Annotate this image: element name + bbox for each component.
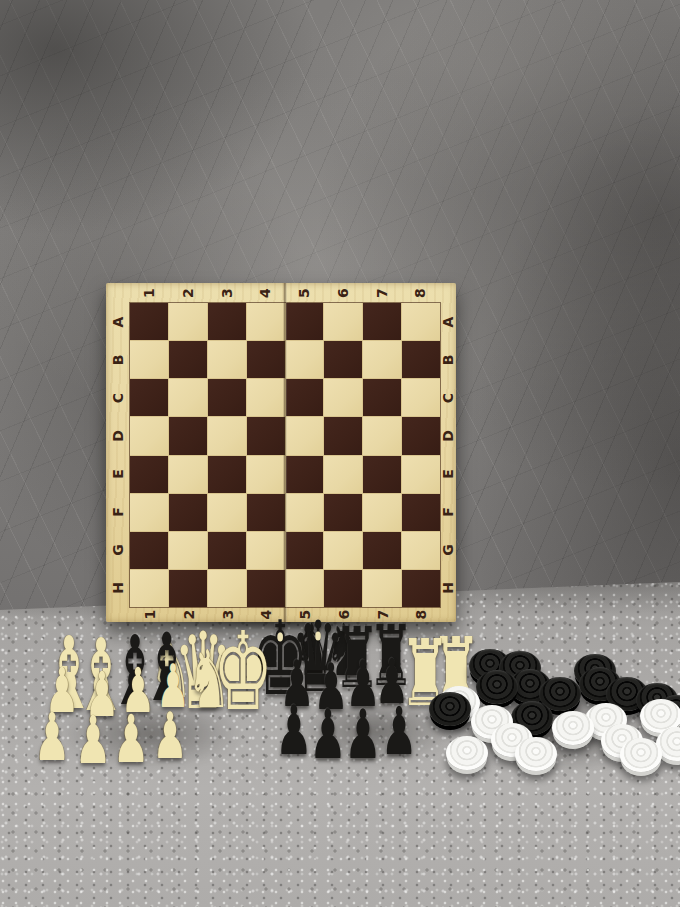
board-square-B5[interactable] bbox=[286, 341, 324, 378]
black-checker[interactable] bbox=[476, 670, 518, 704]
ivory-finial bbox=[315, 632, 321, 641]
board-square-D7[interactable] bbox=[363, 417, 401, 454]
board-square-B6[interactable] bbox=[324, 341, 362, 378]
board-square-A5[interactable] bbox=[286, 303, 324, 340]
board-square-D1[interactable] bbox=[130, 417, 168, 454]
board-square-A1[interactable] bbox=[130, 303, 168, 340]
board-square-A4[interactable] bbox=[247, 303, 285, 340]
board-square-H1[interactable] bbox=[130, 570, 168, 607]
board-fold-seam bbox=[283, 283, 287, 622]
white-pawn[interactable]: ♟ bbox=[34, 705, 71, 771]
board-square-E4[interactable] bbox=[247, 456, 285, 493]
black-pawn[interactable]: ♟ bbox=[275, 697, 313, 765]
board-square-D2[interactable] bbox=[169, 417, 207, 454]
chess-board[interactable]: 12345678 12345678 ABCDEFGH ABCDEFGH bbox=[106, 283, 456, 622]
board-square-E5[interactable] bbox=[286, 456, 324, 493]
white-checker[interactable] bbox=[446, 736, 488, 770]
board-square-F8[interactable] bbox=[402, 494, 440, 531]
board-square-F7[interactable] bbox=[363, 494, 401, 531]
board-square-C3[interactable] bbox=[208, 379, 246, 416]
board-square-C1[interactable] bbox=[130, 379, 168, 416]
board-square-E7[interactable] bbox=[363, 456, 401, 493]
board-square-A8[interactable] bbox=[402, 303, 440, 340]
white-checker[interactable] bbox=[620, 738, 662, 772]
white-checker[interactable] bbox=[552, 711, 594, 745]
board-square-F2[interactable] bbox=[169, 494, 207, 531]
board-square-D6[interactable] bbox=[324, 417, 362, 454]
board-square-G5[interactable] bbox=[286, 532, 324, 569]
white-pawn[interactable]: ♟ bbox=[113, 707, 150, 773]
board-square-C5[interactable] bbox=[286, 379, 324, 416]
board-square-E8[interactable] bbox=[402, 456, 440, 493]
white-pawn[interactable]: ♟ bbox=[75, 708, 112, 774]
black-pawn[interactable]: ♟ bbox=[344, 701, 382, 769]
board-square-F3[interactable] bbox=[208, 494, 246, 531]
board-square-D4[interactable] bbox=[247, 417, 285, 454]
board-square-H2[interactable] bbox=[169, 570, 207, 607]
board-square-A3[interactable] bbox=[208, 303, 246, 340]
board-square-G4[interactable] bbox=[247, 532, 285, 569]
board-square-D3[interactable] bbox=[208, 417, 246, 454]
board-square-G6[interactable] bbox=[324, 532, 362, 569]
board-square-G2[interactable] bbox=[169, 532, 207, 569]
board-square-G7[interactable] bbox=[363, 532, 401, 569]
board-square-C2[interactable] bbox=[169, 379, 207, 416]
ranks-right: ABCDEFGH bbox=[440, 303, 456, 607]
board-square-D5[interactable] bbox=[286, 417, 324, 454]
white-checker[interactable] bbox=[515, 737, 557, 771]
board-square-A6[interactable] bbox=[324, 303, 362, 340]
board-square-F1[interactable] bbox=[130, 494, 168, 531]
board-square-G1[interactable] bbox=[130, 532, 168, 569]
board-square-E3[interactable] bbox=[208, 456, 246, 493]
board-square-A2[interactable] bbox=[169, 303, 207, 340]
white-knight[interactable]: ♞ bbox=[187, 640, 231, 720]
board-square-E6[interactable] bbox=[324, 456, 362, 493]
board-square-B8[interactable] bbox=[402, 341, 440, 378]
board-square-F6[interactable] bbox=[324, 494, 362, 531]
board-square-B1[interactable] bbox=[130, 341, 168, 378]
board-square-D8[interactable] bbox=[402, 417, 440, 454]
board-square-A7[interactable] bbox=[363, 303, 401, 340]
board-square-G3[interactable] bbox=[208, 532, 246, 569]
board-square-F4[interactable] bbox=[247, 494, 285, 531]
board-square-C7[interactable] bbox=[363, 379, 401, 416]
board-square-G8[interactable] bbox=[402, 532, 440, 569]
board-square-E1[interactable] bbox=[130, 456, 168, 493]
board-square-H3[interactable] bbox=[208, 570, 246, 607]
black-checker[interactable] bbox=[429, 692, 471, 726]
board-square-C4[interactable] bbox=[247, 379, 285, 416]
white-pawn[interactable]: ♟ bbox=[152, 704, 188, 768]
board-square-H8[interactable] bbox=[402, 570, 440, 607]
black-pawn[interactable]: ♟ bbox=[381, 699, 418, 765]
ivory-finial bbox=[277, 632, 283, 641]
ranks-left: ABCDEFGH bbox=[106, 303, 130, 607]
board-square-E2[interactable] bbox=[169, 456, 207, 493]
board-square-B2[interactable] bbox=[169, 341, 207, 378]
scene: 12345678 12345678 ABCDEFGH ABCDEFGH ♞♞♜♜… bbox=[0, 0, 680, 907]
board-square-C6[interactable] bbox=[324, 379, 362, 416]
board-square-H7[interactable] bbox=[363, 570, 401, 607]
board-square-F5[interactable] bbox=[286, 494, 324, 531]
board-square-B7[interactable] bbox=[363, 341, 401, 378]
black-pawn[interactable]: ♟ bbox=[309, 701, 347, 769]
board-square-B3[interactable] bbox=[208, 341, 246, 378]
board-square-C8[interactable] bbox=[402, 379, 440, 416]
board-square-B4[interactable] bbox=[247, 341, 285, 378]
